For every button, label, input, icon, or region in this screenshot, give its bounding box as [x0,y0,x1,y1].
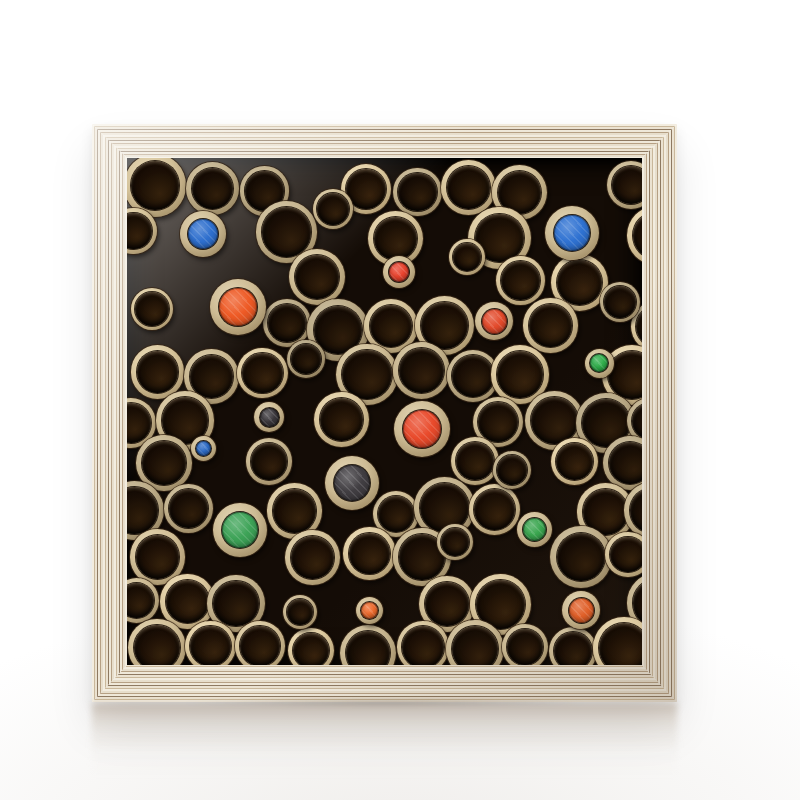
nesting-tube [593,617,642,665]
nesting-tube [185,621,236,665]
plug-disc-green-large-left [222,512,258,548]
tube-bore [127,487,158,534]
tube-bore [320,398,363,441]
tube-bore [295,255,339,299]
tube-bore [166,580,209,623]
tube-bore [192,168,233,209]
nesting-tube [127,578,159,623]
plugged-tube-orange-large-left [210,279,266,335]
tube-bore [453,243,481,271]
tube-bore [370,305,412,347]
nesting-tube [343,527,396,580]
nesting-tube [502,624,548,665]
tube-bore [474,489,515,530]
nesting-tube [549,627,597,665]
tube-bore [497,455,527,485]
nesting-tube [393,168,441,216]
nesting-tube [393,342,450,399]
nesting-tube-small [283,595,317,629]
tube-bore [317,193,349,225]
frame-bottom-strip [92,665,677,702]
plug-disc-red-medium-right [482,309,507,334]
tube-bore [127,403,151,443]
nesting-tube-small [287,340,325,378]
nesting-tube-small [437,524,473,560]
plugged-tube-blue-large-top-right [545,206,599,260]
tube-bore [441,528,469,556]
nesting-tube [469,484,520,535]
plugged-tube-orange-small-bottom [356,597,383,624]
tube-bore [456,442,494,480]
nesting-tube [289,249,345,305]
tube-bore [599,623,642,665]
plug-disc-blue-small-left [196,441,211,456]
tube-bore [632,403,642,440]
nesting-tube [288,628,333,665]
nesting-tube [496,256,545,305]
tube-bore [425,582,469,626]
tube-bore [190,355,233,398]
tube-bore [346,631,390,665]
frame-right-strip [642,124,677,702]
tube-bore [630,488,642,533]
tube-bore [142,441,186,485]
tube-bore [447,166,490,209]
tube-bore [398,173,436,211]
nesting-tube [340,625,396,665]
frame-left-strip [92,124,127,702]
plugged-tube-blue-small-left [191,436,216,461]
plug-disc-orange-red-large-center [403,410,441,448]
plugged-tube-orange-medium-bottom-right [562,591,600,629]
tube-bore [242,353,282,393]
tube-bore [604,286,636,318]
tube-bore [134,625,180,665]
tube-bore [554,632,592,665]
tube-bore [291,536,334,579]
nesting-tube [131,345,185,399]
tube-bore [135,292,169,326]
plugged-tube-red-medium-right [475,302,513,340]
tube-bore [557,533,605,581]
tube-bore [262,207,311,256]
nesting-tube [314,392,369,447]
nesting-tube [550,526,612,588]
nesting-tube [451,437,499,485]
nesting-tube [285,530,340,585]
tube-bore [378,496,414,532]
nesting-tube-small [131,288,173,330]
nesting-tube [164,484,213,533]
tube-bore [612,166,642,204]
plug-disc-red-small-top-center [389,262,409,282]
plug-disc-orange-large-left [219,288,257,326]
product-photo-stage [0,0,800,800]
tube-bore [273,489,316,532]
plugged-tube-orange-red-large-center [394,401,450,457]
nesting-tube [441,160,496,215]
plug-disc-blue-large-top-right [554,215,590,251]
plugged-tube-gray-small-left [254,402,284,432]
plug-disc-gray-large-center [334,465,370,501]
plugged-tube-gray-large-center [325,456,379,510]
tube-bore [399,348,444,393]
tube-bore [497,351,543,397]
plug-disc-gray-small-left [260,408,279,427]
tube-bore [478,402,518,442]
nesting-tube [128,619,186,665]
tube-bore [507,629,543,665]
tube-bore [137,351,179,393]
tube-bore [240,626,280,665]
nesting-tube [246,438,293,485]
surface-reflection [92,703,677,793]
nesting-tube [551,438,598,485]
plugged-tube-green-large-left [213,503,267,557]
plugged-tube-green-small-right [585,349,614,378]
nesting-tube [523,298,577,352]
plug-disc-green-medium-right [523,518,546,541]
nesting-tube-small [600,282,640,322]
plugged-tube-blue-medium-top-left [180,211,226,257]
tube-bore [131,161,180,210]
plugged-tube-red-small-top-center [383,256,415,288]
plug-disc-blue-medium-top-left [188,219,218,249]
plug-disc-orange-small-bottom [361,602,378,619]
tube-bore [127,213,152,250]
tube-bore [374,217,417,260]
nesting-tube [235,621,285,665]
tube-bore [127,583,154,618]
tube-bore [402,626,444,665]
tube-bore [531,397,578,444]
tube-bore [190,626,231,665]
nesting-tube [607,161,642,209]
tube-bore [529,304,571,346]
nesting-tube-small [493,451,531,489]
tube-bore [557,260,602,305]
tube-bore [349,533,390,574]
plug-disc-orange-medium-bottom-right [569,598,594,623]
tube-bore [501,261,540,300]
tube-bore [293,633,328,665]
tube-bore [452,626,498,665]
nesting-tube [186,162,239,215]
tube-bore [342,350,392,400]
wooden-frame [92,124,677,702]
tube-bore [610,537,642,573]
tube-bore [251,443,288,480]
tube-bore [609,442,642,484]
tube-bore [268,304,306,342]
nesting-tube-small [449,239,485,275]
tube-bore [633,212,642,259]
tube-bore [287,599,313,625]
plugged-tube-green-medium-right [517,512,552,547]
plug-disc-green-small-right [590,354,608,372]
tube-bore [136,535,180,579]
nesting-tube [627,206,642,265]
tube-well [127,158,642,665]
nesting-tube [605,532,642,578]
nesting-tube [397,621,449,665]
tube-bore [169,489,208,528]
tube-bore [556,443,593,480]
nesting-tube-small [313,189,353,229]
tube-bore [452,355,494,397]
tube-bore [213,581,259,627]
frame-top-strip [92,124,677,158]
nesting-tube [237,348,287,398]
tube-bore [291,344,321,374]
